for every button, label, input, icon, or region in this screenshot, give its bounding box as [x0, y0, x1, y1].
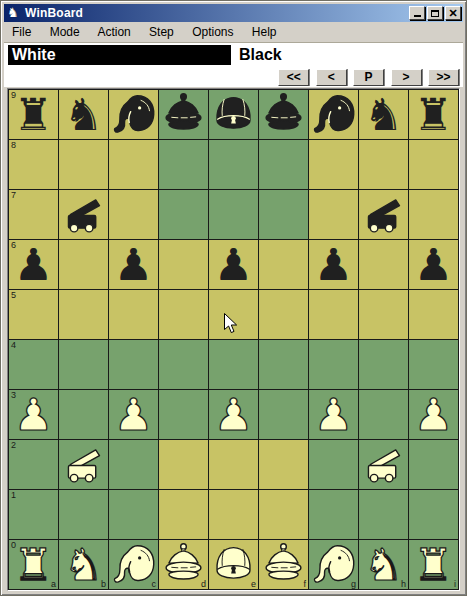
menu-action[interactable]: Action	[97, 25, 130, 39]
white-clock[interactable]: White	[8, 45, 231, 65]
square-h1[interactable]	[359, 490, 408, 539]
forward-to-end-button[interactable]: >>	[428, 69, 459, 86]
square-d2[interactable]	[159, 440, 208, 489]
step-back-button[interactable]: <	[316, 69, 347, 86]
menu-help[interactable]: Help	[252, 25, 277, 39]
white-cannon-piece[interactable]	[60, 441, 107, 488]
rank-label-0: 0	[11, 540, 16, 550]
rank-label-5: 5	[11, 290, 16, 300]
black-cannon-piece[interactable]	[360, 191, 407, 238]
square-a9[interactable]: 9♜	[9, 90, 58, 139]
square-b8[interactable]	[59, 140, 108, 189]
white-pawn-piece[interactable]: ♟	[14, 390, 53, 439]
square-b1[interactable]	[59, 490, 108, 539]
square-i6[interactable]: ♟	[409, 240, 458, 289]
square-b2[interactable]	[59, 440, 108, 489]
square-h2[interactable]	[359, 440, 408, 489]
rank-label-2: 2	[11, 440, 16, 450]
file-label-i: i	[454, 579, 456, 589]
pause-button[interactable]: P	[353, 69, 384, 86]
square-e6[interactable]: ♟	[209, 240, 258, 289]
menu-bar: File Mode Action Step Options Help	[4, 22, 463, 43]
white-horse-piece[interactable]: ♞	[64, 540, 103, 589]
square-h3[interactable]	[359, 390, 408, 439]
white-pawn-piece[interactable]: ♟	[114, 390, 153, 439]
square-i7[interactable]	[409, 190, 458, 239]
square-c8[interactable]	[109, 140, 158, 189]
black-general-piece[interactable]	[210, 91, 257, 138]
xiangqi-board: 9♜♞♞♜876♟♟♟♟♟543♟♟♟♟♟210a♜b♞cdefgh♞i♜	[8, 89, 459, 590]
square-g2[interactable]	[309, 440, 358, 489]
square-b6[interactable]	[59, 240, 108, 289]
black-clock[interactable]: Black	[239, 46, 282, 64]
square-i4[interactable]	[409, 340, 458, 389]
square-d8[interactable]	[159, 140, 208, 189]
white-rook-piece[interactable]: ♜	[14, 540, 53, 589]
square-i2[interactable]	[409, 440, 458, 489]
black-horse-piece[interactable]: ♞	[364, 90, 403, 139]
square-g4[interactable]	[309, 340, 358, 389]
square-d9[interactable]	[159, 90, 208, 139]
square-a2[interactable]: 2	[9, 440, 58, 489]
step-forward-button[interactable]: >	[391, 69, 422, 86]
title-bar[interactable]: ♞ WinBoard ✕	[4, 4, 463, 22]
square-d4[interactable]	[159, 340, 208, 389]
rewind-to-start-button[interactable]: <<	[278, 69, 309, 86]
rank-label-6: 6	[11, 240, 16, 250]
square-a4[interactable]: 4	[9, 340, 58, 389]
file-label-a: a	[51, 579, 56, 589]
square-f9[interactable]	[259, 90, 308, 139]
black-cannon-piece[interactable]	[60, 191, 107, 238]
black-pawn-piece[interactable]: ♟	[14, 240, 53, 289]
close-button[interactable]: ✕	[445, 6, 461, 20]
menu-file[interactable]: File	[12, 25, 31, 39]
square-d1[interactable]	[159, 490, 208, 539]
black-pawn-piece[interactable]: ♟	[314, 240, 353, 289]
square-e7[interactable]	[209, 190, 258, 239]
white-advisor-piece[interactable]	[160, 541, 207, 588]
black-advisor-piece[interactable]	[160, 91, 207, 138]
square-e4[interactable]	[209, 340, 258, 389]
square-f8[interactable]	[259, 140, 308, 189]
square-a1[interactable]: 1	[9, 490, 58, 539]
square-b5[interactable]	[59, 290, 108, 339]
square-c9[interactable]	[109, 90, 158, 139]
square-g6[interactable]: ♟	[309, 240, 358, 289]
file-label-f: f	[303, 579, 306, 589]
black-elephant-piece[interactable]	[110, 91, 157, 138]
rank-label-3: 3	[11, 390, 16, 400]
minimize-button[interactable]	[409, 6, 425, 20]
square-c7[interactable]	[109, 190, 158, 239]
square-h4[interactable]	[359, 340, 408, 389]
square-h9[interactable]: ♞	[359, 90, 408, 139]
rank-label-1: 1	[11, 490, 16, 500]
square-a6[interactable]: 6♟	[9, 240, 58, 289]
board-frame: 9♜♞♞♜876♟♟♟♟♟543♟♟♟♟♟210a♜b♞cdefgh♞i♜	[7, 88, 460, 591]
white-advisor-piece[interactable]	[260, 541, 307, 588]
file-label-d: d	[201, 579, 206, 589]
square-c5[interactable]	[109, 290, 158, 339]
white-elephant-piece[interactable]	[310, 541, 357, 588]
square-i8[interactable]	[409, 140, 458, 189]
square-f2[interactable]	[259, 440, 308, 489]
white-pawn-piece[interactable]: ♟	[314, 390, 353, 439]
black-elephant-piece[interactable]	[310, 91, 357, 138]
white-pawn-piece[interactable]: ♟	[214, 390, 253, 439]
square-i1[interactable]	[409, 490, 458, 539]
square-d3[interactable]	[159, 390, 208, 439]
white-horse-piece[interactable]: ♞	[364, 540, 403, 589]
square-g7[interactable]	[309, 190, 358, 239]
square-c0[interactable]: c	[109, 540, 158, 589]
square-d0[interactable]: d	[159, 540, 208, 589]
square-g0[interactable]: g	[309, 540, 358, 589]
maximize-button[interactable]	[427, 6, 443, 20]
square-d5[interactable]	[159, 290, 208, 339]
black-advisor-piece[interactable]	[260, 91, 307, 138]
square-e9[interactable]	[209, 90, 258, 139]
minimize-icon	[414, 15, 421, 17]
square-c6[interactable]: ♟	[109, 240, 158, 289]
square-f5[interactable]	[259, 290, 308, 339]
square-a0[interactable]: 0a♜	[9, 540, 58, 589]
square-g1[interactable]	[309, 490, 358, 539]
square-e5[interactable]	[209, 290, 258, 339]
black-pawn-piece[interactable]: ♟	[114, 240, 153, 289]
square-c1[interactable]	[109, 490, 158, 539]
square-f6[interactable]	[259, 240, 308, 289]
rank-label-8: 8	[11, 140, 16, 150]
square-h8[interactable]	[359, 140, 408, 189]
square-b0[interactable]: b♞	[59, 540, 108, 589]
square-h6[interactable]	[359, 240, 408, 289]
clock-area: White Black	[4, 43, 463, 67]
square-i3[interactable]: ♟	[409, 390, 458, 439]
square-e2[interactable]	[209, 440, 258, 489]
white-pawn-piece[interactable]: ♟	[414, 390, 453, 439]
file-label-b: b	[101, 579, 106, 589]
square-c3[interactable]: ♟	[109, 390, 158, 439]
nav-button-row: << < P > >>	[4, 67, 463, 87]
black-horse-piece[interactable]: ♞	[64, 90, 103, 139]
square-b7[interactable]	[59, 190, 108, 239]
square-h0[interactable]: h♞	[359, 540, 408, 589]
square-e1[interactable]	[209, 490, 258, 539]
file-label-e: e	[251, 579, 256, 589]
square-g5[interactable]	[309, 290, 358, 339]
square-c2[interactable]	[109, 440, 158, 489]
square-f7[interactable]	[259, 190, 308, 239]
square-e3[interactable]: ♟	[209, 390, 258, 439]
black-pawn-piece[interactable]: ♟	[414, 240, 453, 289]
square-a8[interactable]: 8	[9, 140, 58, 189]
file-label-c: c	[152, 579, 157, 589]
rank-label-9: 9	[11, 90, 16, 100]
rank-label-4: 4	[11, 340, 16, 350]
square-b3[interactable]	[59, 390, 108, 439]
white-general-piece[interactable]	[210, 541, 257, 588]
black-rook-piece[interactable]: ♜	[14, 90, 53, 139]
square-i0[interactable]: i♜	[409, 540, 458, 589]
square-b9[interactable]: ♞	[59, 90, 108, 139]
square-f3[interactable]	[259, 390, 308, 439]
menu-step[interactable]: Step	[149, 25, 174, 39]
square-a3[interactable]: 3♟	[9, 390, 58, 439]
square-e8[interactable]	[209, 140, 258, 189]
rank-label-7: 7	[11, 190, 16, 200]
square-h7[interactable]	[359, 190, 408, 239]
white-rook-piece[interactable]: ♜	[414, 540, 453, 589]
file-label-g: g	[351, 579, 356, 589]
square-h5[interactable]	[359, 290, 408, 339]
winboard-window: ♞ WinBoard ✕ File Mode Action Step Optio…	[0, 0, 467, 596]
square-g9[interactable]	[309, 90, 358, 139]
square-f1[interactable]	[259, 490, 308, 539]
black-rook-piece[interactable]: ♜	[414, 90, 453, 139]
square-g3[interactable]: ♟	[309, 390, 358, 439]
maximize-icon	[431, 10, 439, 17]
square-b4[interactable]	[59, 340, 108, 389]
menu-options[interactable]: Options	[192, 25, 233, 39]
square-a5[interactable]: 5	[9, 290, 58, 339]
square-i5[interactable]	[409, 290, 458, 339]
square-f0[interactable]: f	[259, 540, 308, 589]
square-a7[interactable]: 7	[9, 190, 58, 239]
menu-mode[interactable]: Mode	[50, 25, 80, 39]
square-c4[interactable]	[109, 340, 158, 389]
winboard-knight-icon: ♞	[7, 6, 21, 20]
square-g8[interactable]	[309, 140, 358, 189]
square-i9[interactable]: ♜	[409, 90, 458, 139]
window-title: WinBoard	[25, 6, 407, 20]
close-icon: ✕	[448, 8, 457, 18]
square-d7[interactable]	[159, 190, 208, 239]
black-pawn-piece[interactable]: ♟	[214, 240, 253, 289]
white-cannon-piece[interactable]	[360, 441, 407, 488]
square-e0[interactable]: e	[209, 540, 258, 589]
white-elephant-piece[interactable]	[110, 541, 157, 588]
square-f4[interactable]	[259, 340, 308, 389]
square-d6[interactable]	[159, 240, 208, 289]
file-label-h: h	[401, 579, 406, 589]
